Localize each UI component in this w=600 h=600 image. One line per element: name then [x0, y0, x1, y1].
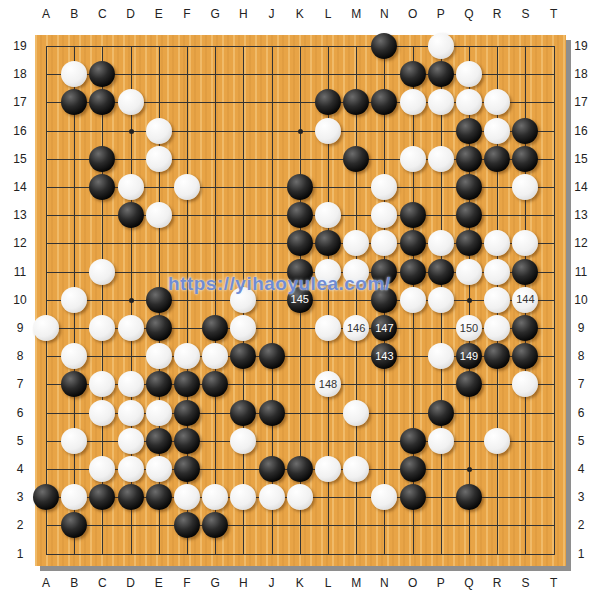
stone-white-O15[interactable] [400, 146, 426, 172]
row-label-right: 3 [578, 490, 585, 504]
stone-black-E9[interactable] [146, 315, 172, 341]
stone-black-N19[interactable] [371, 33, 397, 59]
move-number: 146 [347, 323, 365, 334]
column-label-bottom: B [70, 576, 78, 590]
stone-white-M12[interactable] [343, 230, 369, 256]
stone-black-B2[interactable] [61, 512, 87, 538]
column-label-top: G [211, 7, 220, 21]
go-board[interactable]: 145144146147150143149148 [35, 35, 566, 566]
stone-black-O18[interactable] [400, 61, 426, 87]
column-label-bottom: N [380, 576, 389, 590]
stone-black-D3[interactable] [118, 484, 144, 510]
stone-white-R5[interactable] [484, 428, 510, 454]
stone-black-S8[interactable] [512, 343, 538, 369]
row-label-right: 16 [574, 124, 587, 138]
stone-black-O3[interactable] [400, 484, 426, 510]
stone-white-S7[interactable] [512, 371, 538, 397]
stone-white-M9[interactable]: 146 [343, 315, 369, 341]
grid-line-vertical [554, 46, 555, 555]
column-label-bottom: Q [464, 576, 473, 590]
star-point [129, 129, 134, 134]
stone-black-G9[interactable] [202, 315, 228, 341]
column-label-bottom: D [126, 576, 135, 590]
column-label-top: B [70, 7, 78, 21]
row-label-left: 7 [17, 377, 24, 391]
stone-white-C7[interactable] [89, 371, 115, 397]
column-label-bottom: C [98, 576, 107, 590]
stone-white-H9[interactable] [230, 315, 256, 341]
row-label-right: 15 [574, 152, 587, 166]
column-label-bottom: S [521, 576, 529, 590]
stone-white-M4[interactable] [343, 456, 369, 482]
stone-black-E5[interactable] [146, 428, 172, 454]
stone-white-Q11[interactable] [456, 259, 482, 285]
row-label-right: 2 [578, 518, 585, 532]
column-label-top: C [98, 7, 107, 21]
stone-black-O4[interactable] [400, 456, 426, 482]
stone-black-R8[interactable] [484, 343, 510, 369]
star-point [129, 298, 134, 303]
stone-black-F5[interactable] [174, 428, 200, 454]
stone-white-F3[interactable] [174, 484, 200, 510]
stone-black-K14[interactable] [287, 174, 313, 200]
column-label-bottom: J [269, 576, 275, 590]
column-label-top: Q [464, 7, 473, 21]
row-label-right: 8 [578, 349, 585, 363]
stone-white-D6[interactable] [118, 400, 144, 426]
row-label-left: 12 [13, 236, 26, 250]
stone-black-C15[interactable] [89, 146, 115, 172]
stone-white-P10[interactable] [428, 287, 454, 313]
row-label-left: 8 [17, 349, 24, 363]
stone-black-C14[interactable] [89, 174, 115, 200]
stone-black-A3[interactable] [33, 484, 59, 510]
stone-white-P5[interactable] [428, 428, 454, 454]
grid-line-horizontal [46, 554, 555, 555]
column-label-bottom: M [351, 576, 361, 590]
stone-white-Q18[interactable] [456, 61, 482, 87]
stone-white-C11[interactable] [89, 259, 115, 285]
stone-white-Q9[interactable]: 150 [456, 315, 482, 341]
stone-white-L7[interactable]: 148 [315, 371, 341, 397]
stone-black-F2[interactable] [174, 512, 200, 538]
stone-black-Q8[interactable]: 149 [456, 343, 482, 369]
stone-white-O17[interactable] [400, 89, 426, 115]
row-label-right: 7 [578, 377, 585, 391]
stone-white-D17[interactable] [118, 89, 144, 115]
star-point [298, 129, 303, 134]
row-label-right: 4 [578, 462, 585, 476]
stone-white-F8[interactable] [174, 343, 200, 369]
column-label-top: M [351, 7, 361, 21]
column-label-top: L [325, 7, 332, 21]
stone-black-L17[interactable] [315, 89, 341, 115]
move-number: 150 [460, 323, 478, 334]
stone-black-F4[interactable] [174, 456, 200, 482]
stone-white-D4[interactable] [118, 456, 144, 482]
row-label-right: 5 [578, 434, 585, 448]
stone-black-N17[interactable] [371, 89, 397, 115]
stone-white-L13[interactable] [315, 202, 341, 228]
row-label-right: 19 [574, 39, 587, 53]
stone-white-B18[interactable] [61, 61, 87, 87]
stone-black-N8[interactable]: 143 [371, 343, 397, 369]
stone-white-S14[interactable] [512, 174, 538, 200]
row-label-right: 1 [578, 547, 585, 561]
row-label-right: 11 [575, 265, 587, 279]
stone-white-E15[interactable] [146, 146, 172, 172]
column-label-top: H [239, 7, 248, 21]
stone-black-H8[interactable] [230, 343, 256, 369]
column-label-bottom: E [155, 576, 163, 590]
stone-black-Q7[interactable] [456, 371, 482, 397]
stone-black-R15[interactable] [484, 146, 510, 172]
stone-black-E3[interactable] [146, 484, 172, 510]
row-label-left: 18 [13, 67, 26, 81]
column-label-top: F [183, 7, 190, 21]
stone-black-K13[interactable] [287, 202, 313, 228]
stone-white-G3[interactable] [202, 484, 228, 510]
row-label-left: 2 [17, 518, 24, 532]
stone-black-G7[interactable] [202, 371, 228, 397]
column-label-bottom: G [211, 576, 220, 590]
stone-white-B8[interactable] [61, 343, 87, 369]
stone-white-R10[interactable] [484, 287, 510, 313]
column-label-top: T [550, 7, 557, 21]
stone-white-R9[interactable] [484, 315, 510, 341]
stone-black-H6[interactable] [230, 400, 256, 426]
column-label-bottom: A [42, 576, 50, 590]
row-label-left: 9 [17, 321, 24, 335]
stone-white-R12[interactable] [484, 230, 510, 256]
stone-black-M15[interactable] [343, 146, 369, 172]
stone-white-A9[interactable] [33, 315, 59, 341]
column-label-bottom: F [183, 576, 190, 590]
stone-black-S16[interactable] [512, 118, 538, 144]
stone-black-O12[interactable] [400, 230, 426, 256]
stone-white-N3[interactable] [371, 484, 397, 510]
stone-black-N9[interactable]: 147 [371, 315, 397, 341]
stone-white-S12[interactable] [512, 230, 538, 256]
stone-black-S11[interactable] [512, 259, 538, 285]
column-label-top: S [521, 7, 529, 21]
column-label-bottom: L [325, 576, 332, 590]
stone-black-P6[interactable] [428, 400, 454, 426]
row-label-right: 9 [578, 321, 585, 335]
column-label-bottom: O [408, 576, 417, 590]
stone-black-G2[interactable] [202, 512, 228, 538]
stone-white-N14[interactable] [371, 174, 397, 200]
row-label-left: 19 [13, 39, 26, 53]
stone-white-P17[interactable] [428, 89, 454, 115]
stone-black-J4[interactable] [259, 456, 285, 482]
stone-black-K12[interactable] [287, 230, 313, 256]
stone-black-C17[interactable] [89, 89, 115, 115]
stone-white-B5[interactable] [61, 428, 87, 454]
row-label-right: 18 [574, 67, 587, 81]
column-label-top: J [269, 7, 275, 21]
stone-white-E8[interactable] [146, 343, 172, 369]
stone-white-P12[interactable] [428, 230, 454, 256]
stone-white-M6[interactable] [343, 400, 369, 426]
stone-white-F14[interactable] [174, 174, 200, 200]
stone-black-Q16[interactable] [456, 118, 482, 144]
stone-white-D14[interactable] [118, 174, 144, 200]
row-label-right: 12 [574, 236, 587, 250]
move-number: 149 [460, 351, 478, 362]
watermark-url: https://yihaoyulea.com/ [168, 273, 391, 295]
row-label-left: 5 [17, 434, 24, 448]
stone-black-Q3[interactable] [456, 484, 482, 510]
stone-black-C18[interactable] [89, 61, 115, 87]
stone-white-E4[interactable] [146, 456, 172, 482]
column-label-bottom: K [296, 576, 304, 590]
stone-white-N13[interactable] [371, 202, 397, 228]
row-label-right: 17 [574, 95, 587, 109]
stone-white-D9[interactable] [118, 315, 144, 341]
stone-black-P11[interactable] [428, 259, 454, 285]
stone-white-L9[interactable] [315, 315, 341, 341]
move-number: 148 [319, 379, 337, 390]
go-diagram: 145144146147150143149148 AA1919BB1818CC1… [0, 0, 600, 600]
stone-white-G8[interactable] [202, 343, 228, 369]
stone-white-B3[interactable] [61, 484, 87, 510]
stone-white-R16[interactable] [484, 118, 510, 144]
stone-white-C4[interactable] [89, 456, 115, 482]
stone-white-R17[interactable] [484, 89, 510, 115]
row-label-left: 3 [17, 490, 24, 504]
stone-white-P19[interactable] [428, 33, 454, 59]
stone-white-D5[interactable] [118, 428, 144, 454]
column-label-top: P [437, 7, 445, 21]
stone-black-S15[interactable] [512, 146, 538, 172]
move-number: 145 [291, 294, 309, 305]
column-label-bottom: P [437, 576, 445, 590]
row-label-left: 1 [17, 547, 24, 561]
stone-black-B17[interactable] [61, 89, 87, 115]
stone-white-Q17[interactable] [456, 89, 482, 115]
column-label-bottom: R [493, 576, 502, 590]
stone-black-O13[interactable] [400, 202, 426, 228]
stone-white-J3[interactable] [259, 484, 285, 510]
row-label-left: 13 [13, 208, 26, 222]
move-number: 147 [375, 323, 393, 334]
row-label-left: 15 [13, 152, 26, 166]
grid-line-horizontal [46, 525, 555, 526]
column-label-top: A [42, 7, 50, 21]
row-label-left: 10 [13, 293, 26, 307]
row-label-left: 16 [13, 124, 26, 138]
column-label-bottom: H [239, 576, 248, 590]
stone-white-N12[interactable] [371, 230, 397, 256]
star-point [467, 298, 472, 303]
row-label-right: 10 [574, 293, 587, 307]
stone-black-J6[interactable] [259, 400, 285, 426]
row-label-right: 13 [574, 208, 587, 222]
move-number: 144 [516, 294, 534, 305]
column-label-top: D [126, 7, 135, 21]
stone-white-C9[interactable] [89, 315, 115, 341]
stone-black-J8[interactable] [259, 343, 285, 369]
stone-black-F6[interactable] [174, 400, 200, 426]
column-label-top: N [380, 7, 389, 21]
column-label-top: K [296, 7, 304, 21]
stone-white-O10[interactable] [400, 287, 426, 313]
stone-black-F7[interactable] [174, 371, 200, 397]
stone-black-Q15[interactable] [456, 146, 482, 172]
stone-black-K4[interactable] [287, 456, 313, 482]
stone-black-L12[interactable] [315, 230, 341, 256]
stone-black-O11[interactable] [400, 259, 426, 285]
star-point [467, 467, 472, 472]
stone-white-E13[interactable] [146, 202, 172, 228]
stone-white-S10[interactable]: 144 [512, 287, 538, 313]
stone-black-D13[interactable] [118, 202, 144, 228]
stone-white-P15[interactable] [428, 146, 454, 172]
stone-black-Q13[interactable] [456, 202, 482, 228]
stone-white-C6[interactable] [89, 400, 115, 426]
stone-black-B7[interactable] [61, 371, 87, 397]
move-number: 143 [375, 351, 393, 362]
column-label-top: O [408, 7, 417, 21]
column-label-bottom: T [550, 576, 557, 590]
stone-white-H3[interactable] [230, 484, 256, 510]
stone-white-B10[interactable] [61, 287, 87, 313]
row-label-right: 14 [574, 180, 587, 194]
stone-white-D7[interactable] [118, 371, 144, 397]
stone-black-M17[interactable] [343, 89, 369, 115]
column-label-top: E [155, 7, 163, 21]
stone-white-L16[interactable] [315, 118, 341, 144]
stone-black-C3[interactable] [89, 484, 115, 510]
stone-white-K3[interactable] [287, 484, 313, 510]
stone-white-P8[interactable] [428, 343, 454, 369]
stone-black-O5[interactable] [400, 428, 426, 454]
row-label-left: 14 [13, 180, 26, 194]
stone-white-E16[interactable] [146, 118, 172, 144]
stone-white-H5[interactable] [230, 428, 256, 454]
stone-black-Q14[interactable] [456, 174, 482, 200]
stone-white-R11[interactable] [484, 259, 510, 285]
column-label-top: R [493, 7, 502, 21]
stone-black-P18[interactable] [428, 61, 454, 87]
row-label-left: 11 [14, 265, 26, 279]
stone-white-L4[interactable] [315, 456, 341, 482]
stone-white-E6[interactable] [146, 400, 172, 426]
stone-black-E7[interactable] [146, 371, 172, 397]
stone-black-Q12[interactable] [456, 230, 482, 256]
row-label-left: 17 [13, 95, 26, 109]
row-label-left: 6 [17, 406, 24, 420]
row-label-left: 4 [17, 462, 24, 476]
row-label-right: 6 [578, 406, 585, 420]
stone-black-S9[interactable] [512, 315, 538, 341]
